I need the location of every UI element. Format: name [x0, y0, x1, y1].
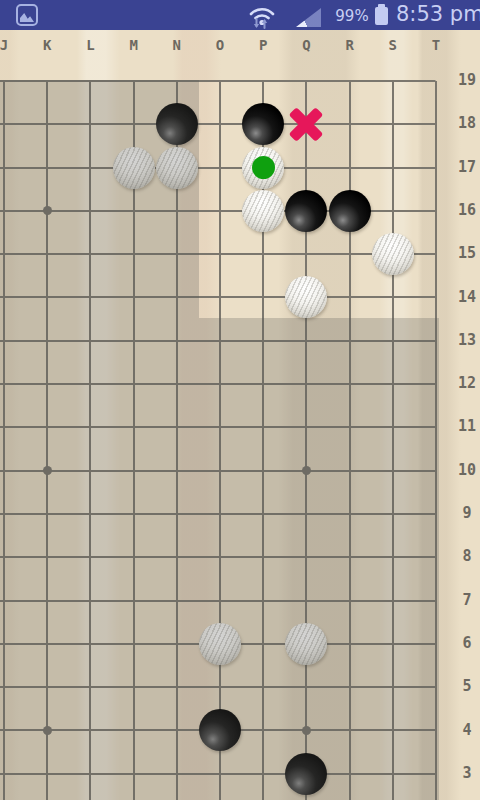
board-cell[interactable]: [371, 622, 414, 665]
board-cell[interactable]: [112, 362, 155, 405]
board-cell[interactable]: [112, 146, 155, 189]
column-label: J: [0, 37, 16, 53]
board-cell[interactable]: [69, 622, 112, 665]
board-cell[interactable]: [112, 579, 155, 622]
board-cell[interactable]: [198, 103, 241, 146]
board-cell[interactable]: [371, 449, 414, 492]
column-label: P: [251, 37, 275, 53]
board-cell[interactable]: [155, 362, 198, 405]
board-cell[interactable]: [242, 146, 285, 189]
board-cell[interactable]: [285, 233, 328, 276]
board-cell[interactable]: [69, 59, 112, 102]
white-stone: [156, 147, 198, 189]
board-cell[interactable]: [26, 709, 69, 752]
board-cell[interactable]: [112, 709, 155, 752]
go-board: JKLMNOPQRST 191817161514131211109876543: [0, 30, 480, 800]
board-cell[interactable]: [112, 449, 155, 492]
board-cell[interactable]: [414, 319, 457, 362]
board-cell[interactable]: [112, 189, 155, 232]
board-cell[interactable]: [26, 319, 69, 362]
board-cell[interactable]: [112, 622, 155, 665]
board-cell[interactable]: [242, 536, 285, 579]
board-cell[interactable]: [198, 579, 241, 622]
board-cell[interactable]: [26, 233, 69, 276]
board-cell[interactable]: [0, 492, 26, 535]
go-board-grid: [0, 59, 457, 800]
column-label: M: [122, 37, 146, 53]
board-cell[interactable]: [0, 622, 26, 665]
board-cell[interactable]: [0, 579, 26, 622]
board-cell[interactable]: [0, 276, 26, 319]
board-cell[interactable]: [112, 319, 155, 362]
board-cell[interactable]: [371, 276, 414, 319]
board-cell[interactable]: [371, 579, 414, 622]
board-cell[interactable]: [371, 795, 414, 800]
black-stone: [329, 190, 371, 232]
board-cell[interactable]: [0, 189, 26, 232]
board-cell[interactable]: [414, 59, 457, 102]
board-cell[interactable]: [26, 752, 69, 795]
board-cell[interactable]: [328, 276, 371, 319]
board-cell[interactable]: [155, 319, 198, 362]
board-cell[interactable]: [198, 59, 241, 102]
board-cell[interactable]: [198, 406, 241, 449]
board-cell[interactable]: [198, 752, 241, 795]
column-label: T: [424, 37, 448, 53]
star-point: [43, 726, 52, 735]
board-cell[interactable]: [328, 233, 371, 276]
board-cell[interactable]: [69, 492, 112, 535]
board-cell[interactable]: [0, 146, 26, 189]
board-cell[interactable]: [112, 406, 155, 449]
board-cell[interactable]: [0, 449, 26, 492]
board-cell[interactable]: [328, 319, 371, 362]
board-cell[interactable]: [69, 795, 112, 800]
board-cell[interactable]: [285, 492, 328, 535]
board-cell[interactable]: [328, 666, 371, 709]
last-move-marker: [252, 156, 275, 179]
board-cell[interactable]: [328, 795, 371, 800]
board-cell[interactable]: [26, 622, 69, 665]
board-cell[interactable]: [414, 752, 457, 795]
board-cell[interactable]: [26, 146, 69, 189]
white-stone: [113, 147, 155, 189]
board-cell[interactable]: [155, 406, 198, 449]
board-cell[interactable]: [26, 103, 69, 146]
board-cell[interactable]: [155, 189, 198, 232]
board-cell[interactable]: [69, 752, 112, 795]
board-cell[interactable]: [242, 59, 285, 102]
board-cell[interactable]: [242, 362, 285, 405]
board-cell[interactable]: [328, 709, 371, 752]
white-stone: [199, 623, 241, 665]
board-cell[interactable]: [112, 233, 155, 276]
board-cell[interactable]: [242, 233, 285, 276]
board-cell[interactable]: [371, 362, 414, 405]
board-cell[interactable]: [242, 666, 285, 709]
clock-label: 8:53 pm: [396, 2, 480, 26]
board-cell[interactable]: [328, 406, 371, 449]
board-cell[interactable]: [198, 536, 241, 579]
board-cell[interactable]: [26, 449, 69, 492]
board-cell[interactable]: [26, 406, 69, 449]
column-label: L: [78, 37, 102, 53]
board-cell[interactable]: [112, 795, 155, 800]
board-cell[interactable]: [328, 103, 371, 146]
board-cell[interactable]: [198, 189, 241, 232]
board-cell[interactable]: [0, 59, 26, 102]
board-cell[interactable]: [371, 406, 414, 449]
column-label: R: [338, 37, 362, 53]
board-cell[interactable]: [285, 709, 328, 752]
board-cell[interactable]: [242, 752, 285, 795]
board-cell[interactable]: [328, 579, 371, 622]
board-cell[interactable]: [155, 622, 198, 665]
board-cell[interactable]: [414, 579, 457, 622]
board-cell[interactable]: [328, 622, 371, 665]
board-cell[interactable]: [285, 622, 328, 665]
board-cell[interactable]: [26, 492, 69, 535]
board-cell[interactable]: [155, 536, 198, 579]
board-cell[interactable]: [198, 666, 241, 709]
board-cell[interactable]: [328, 752, 371, 795]
board-cell[interactable]: [155, 752, 198, 795]
column-label: N: [165, 37, 189, 53]
board-cell[interactable]: [155, 666, 198, 709]
board-cell[interactable]: [285, 59, 328, 102]
board-cell[interactable]: [112, 59, 155, 102]
column-label: S: [381, 37, 405, 53]
board-cell[interactable]: [285, 319, 328, 362]
white-stone: [285, 623, 327, 665]
board-cell[interactable]: [414, 709, 457, 752]
board-cell[interactable]: [198, 449, 241, 492]
board-cell[interactable]: [0, 319, 26, 362]
board-cell[interactable]: [112, 276, 155, 319]
board-cell[interactable]: [112, 103, 155, 146]
board-cell[interactable]: [0, 362, 26, 405]
board-cell[interactable]: [371, 319, 414, 362]
board-cell[interactable]: [285, 103, 328, 146]
board-cell[interactable]: [69, 406, 112, 449]
board-cell[interactable]: [371, 233, 414, 276]
board-cell[interactable]: [26, 59, 69, 102]
white-stone: [285, 276, 327, 318]
battery-percent-label: 99%: [331, 7, 373, 25]
board-cell[interactable]: [198, 795, 241, 800]
board-cell[interactable]: [198, 362, 241, 405]
wifi-icon: [247, 1, 277, 31]
board-cell[interactable]: [26, 579, 69, 622]
board-cell[interactable]: [155, 59, 198, 102]
phone-screen: 99% 8:53 pm JKLMNOPQRST 1918171615141312…: [0, 0, 480, 800]
board-cell[interactable]: [198, 233, 241, 276]
board-cell[interactable]: [69, 233, 112, 276]
board-cell[interactable]: [414, 362, 457, 405]
board-cell[interactable]: [112, 666, 155, 709]
board-cell[interactable]: [242, 406, 285, 449]
board-cell[interactable]: [69, 709, 112, 752]
board-cell[interactable]: [328, 449, 371, 492]
board-cell[interactable]: [371, 492, 414, 535]
board-cell[interactable]: [371, 709, 414, 752]
board-cell[interactable]: [155, 795, 198, 800]
board-cell[interactable]: [0, 536, 26, 579]
board-cell[interactable]: [414, 795, 457, 800]
board-cell[interactable]: [26, 795, 69, 800]
board-cell[interactable]: [285, 666, 328, 709]
black-stone: [242, 103, 284, 145]
board-cell[interactable]: [198, 492, 241, 535]
board-cell[interactable]: [371, 146, 414, 189]
board-cell[interactable]: [285, 276, 328, 319]
board-cell[interactable]: [69, 449, 112, 492]
board-cell[interactable]: [155, 233, 198, 276]
board-cell[interactable]: [69, 536, 112, 579]
board-cell[interactable]: [112, 536, 155, 579]
board-cell[interactable]: [285, 189, 328, 232]
board-cell[interactable]: [285, 146, 328, 189]
board-cell[interactable]: [414, 189, 457, 232]
board-cell[interactable]: [328, 189, 371, 232]
board-cell[interactable]: [414, 492, 457, 535]
board-cell[interactable]: [371, 666, 414, 709]
board-cell[interactable]: [155, 449, 198, 492]
picture-glyph: [20, 13, 34, 22]
board-cell[interactable]: [198, 319, 241, 362]
board-cell[interactable]: [0, 666, 26, 709]
board-cell[interactable]: [328, 59, 371, 102]
board-cell[interactable]: [371, 59, 414, 102]
board-cell[interactable]: [155, 492, 198, 535]
board-cell[interactable]: [69, 103, 112, 146]
star-point: [302, 726, 311, 735]
black-stone: [285, 753, 327, 795]
board-cell[interactable]: [198, 622, 241, 665]
status-bar: 99% 8:53 pm: [0, 0, 480, 30]
board-cell[interactable]: [69, 666, 112, 709]
board-cell[interactable]: [155, 709, 198, 752]
board-cell[interactable]: [26, 362, 69, 405]
board-cell[interactable]: [242, 579, 285, 622]
board-cell[interactable]: [242, 319, 285, 362]
board-cell[interactable]: [69, 319, 112, 362]
board-cell[interactable]: [414, 276, 457, 319]
board-cell[interactable]: [242, 103, 285, 146]
board-cell[interactable]: [414, 406, 457, 449]
column-label: K: [35, 37, 59, 53]
board-cell[interactable]: [371, 103, 414, 146]
black-stone: [199, 709, 241, 751]
board-cell[interactable]: [242, 622, 285, 665]
board-cell[interactable]: [198, 146, 241, 189]
white-stone: [372, 233, 414, 275]
board-cell[interactable]: [155, 146, 198, 189]
board-cell[interactable]: [414, 233, 457, 276]
board-cell[interactable]: [285, 406, 328, 449]
board-cell[interactable]: [0, 103, 26, 146]
board-cell[interactable]: [69, 276, 112, 319]
board-cell[interactable]: [69, 362, 112, 405]
board-cell[interactable]: [285, 579, 328, 622]
board-cell[interactable]: [328, 536, 371, 579]
board-cell[interactable]: [26, 189, 69, 232]
board-cell[interactable]: [242, 189, 285, 232]
board-cell[interactable]: [242, 492, 285, 535]
board-cell[interactable]: [242, 276, 285, 319]
board-cell[interactable]: [242, 449, 285, 492]
board-cell[interactable]: [69, 146, 112, 189]
board-cell[interactable]: [285, 449, 328, 492]
board-cell[interactable]: [0, 709, 26, 752]
board-cell[interactable]: [371, 536, 414, 579]
board-cell[interactable]: [328, 362, 371, 405]
signal-strength-icon: [296, 8, 321, 27]
board-cell[interactable]: [155, 579, 198, 622]
black-stone: [285, 190, 327, 232]
board-cell[interactable]: [198, 276, 241, 319]
board-cell[interactable]: [0, 233, 26, 276]
board-cell[interactable]: [26, 276, 69, 319]
star-point: [43, 206, 52, 215]
board-cell[interactable]: [69, 189, 112, 232]
board-cell[interactable]: [26, 536, 69, 579]
board-cell[interactable]: [155, 276, 198, 319]
board-cell[interactable]: [0, 406, 26, 449]
board-cell[interactable]: [285, 536, 328, 579]
battery-icon: [375, 7, 388, 25]
column-label: Q: [294, 37, 318, 53]
board-cell[interactable]: [242, 709, 285, 752]
board-cell[interactable]: [414, 146, 457, 189]
board-cell[interactable]: [414, 666, 457, 709]
picture-app-icon: [16, 4, 38, 26]
board-cell[interactable]: [26, 666, 69, 709]
board-cell[interactable]: [414, 103, 457, 146]
board-cell[interactable]: [371, 189, 414, 232]
board-cell[interactable]: [285, 752, 328, 795]
board-cell[interactable]: [112, 492, 155, 535]
star-point: [43, 466, 52, 475]
board-cell[interactable]: [0, 752, 26, 795]
board-cell[interactable]: [285, 362, 328, 405]
board-cell[interactable]: [285, 795, 328, 800]
board-cell[interactable]: [198, 709, 241, 752]
board-cell[interactable]: [414, 622, 457, 665]
board-cell[interactable]: [155, 103, 198, 146]
board-cell[interactable]: [371, 752, 414, 795]
board-cell[interactable]: [414, 449, 457, 492]
board-cell[interactable]: [242, 795, 285, 800]
board-cell[interactable]: [414, 536, 457, 579]
board-cell[interactable]: [328, 146, 371, 189]
black-stone: [156, 103, 198, 145]
star-point: [302, 466, 311, 475]
board-cell[interactable]: [328, 492, 371, 535]
board-cell[interactable]: [69, 579, 112, 622]
board-cell[interactable]: [0, 795, 26, 800]
board-cell[interactable]: [112, 752, 155, 795]
column-label: O: [208, 37, 232, 53]
white-stone: [242, 190, 284, 232]
